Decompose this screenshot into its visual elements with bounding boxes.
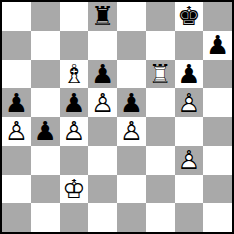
square-e2[interactable] <box>117 175 146 204</box>
square-h3[interactable] <box>203 146 232 175</box>
square-e6[interactable] <box>117 60 146 89</box>
white-pawn-fill: ♟ <box>2 117 31 146</box>
square-h2[interactable] <box>203 175 232 204</box>
square-h6[interactable] <box>203 60 232 89</box>
square-b7[interactable] <box>31 31 60 60</box>
chess-board-frame: ♜♚♟♝♗♟♜♖♟♟♟♟♙♟♟♙♟♙♟♟♙♟♙♟♙♚♔ <box>0 0 234 234</box>
white-pawn-icon[interactable]: ♙ <box>175 146 204 175</box>
square-c6[interactable]: ♝♗ <box>60 60 89 89</box>
square-f1[interactable] <box>146 203 175 232</box>
square-c3[interactable] <box>60 146 89 175</box>
square-g6[interactable]: ♟ <box>175 60 204 89</box>
white-pawn-icon[interactable]: ♙ <box>88 88 117 117</box>
square-d3[interactable] <box>88 146 117 175</box>
square-d6[interactable]: ♟ <box>88 60 117 89</box>
white-pawn-icon[interactable]: ♙ <box>2 117 31 146</box>
square-f3[interactable] <box>146 146 175 175</box>
white-rook-fill: ♜ <box>146 60 175 89</box>
black-king-icon[interactable]: ♚ <box>175 2 204 31</box>
square-c7[interactable] <box>60 31 89 60</box>
square-c2[interactable]: ♚♔ <box>60 175 89 204</box>
square-e7[interactable] <box>117 31 146 60</box>
square-d5[interactable]: ♟♙ <box>88 88 117 117</box>
square-e3[interactable] <box>117 146 146 175</box>
black-pawn-icon[interactable]: ♟ <box>203 31 232 60</box>
white-pawn-icon[interactable]: ♙ <box>60 117 89 146</box>
white-rook-icon[interactable]: ♖ <box>146 60 175 89</box>
square-h4[interactable] <box>203 117 232 146</box>
square-a2[interactable] <box>2 175 31 204</box>
black-rook-icon[interactable]: ♜ <box>88 2 117 31</box>
square-d8[interactable]: ♜ <box>88 2 117 31</box>
square-c5[interactable]: ♟ <box>60 88 89 117</box>
black-pawn-icon[interactable]: ♟ <box>117 88 146 117</box>
square-g2[interactable] <box>175 175 204 204</box>
square-h7[interactable]: ♟ <box>203 31 232 60</box>
square-g8[interactable]: ♚ <box>175 2 204 31</box>
white-pawn-icon[interactable]: ♙ <box>117 117 146 146</box>
black-pawn-icon[interactable]: ♟ <box>2 88 31 117</box>
square-g1[interactable] <box>175 203 204 232</box>
square-h8[interactable] <box>203 2 232 31</box>
square-a8[interactable] <box>2 2 31 31</box>
square-a3[interactable] <box>2 146 31 175</box>
square-b4[interactable]: ♟ <box>31 117 60 146</box>
square-f7[interactable] <box>146 31 175 60</box>
square-a6[interactable] <box>2 60 31 89</box>
square-e8[interactable] <box>117 2 146 31</box>
square-g5[interactable]: ♟♙ <box>175 88 204 117</box>
square-a4[interactable]: ♟♙ <box>2 117 31 146</box>
white-pawn-fill: ♟ <box>88 88 117 117</box>
square-f2[interactable] <box>146 175 175 204</box>
square-b5[interactable] <box>31 88 60 117</box>
square-g3[interactable]: ♟♙ <box>175 146 204 175</box>
square-c8[interactable] <box>60 2 89 31</box>
white-pawn-fill: ♟ <box>175 146 204 175</box>
square-e4[interactable]: ♟♙ <box>117 117 146 146</box>
square-d1[interactable] <box>88 203 117 232</box>
square-f6[interactable]: ♜♖ <box>146 60 175 89</box>
square-h1[interactable] <box>203 203 232 232</box>
black-pawn-icon[interactable]: ♟ <box>31 117 60 146</box>
square-c4[interactable]: ♟♙ <box>60 117 89 146</box>
white-bishop-icon[interactable]: ♗ <box>60 60 89 89</box>
square-h5[interactable] <box>203 88 232 117</box>
square-d7[interactable] <box>88 31 117 60</box>
square-a5[interactable]: ♟ <box>2 88 31 117</box>
black-pawn-icon[interactable]: ♟ <box>88 60 117 89</box>
square-g7[interactable] <box>175 31 204 60</box>
square-b8[interactable] <box>31 2 60 31</box>
square-d4[interactable] <box>88 117 117 146</box>
white-pawn-fill: ♟ <box>175 88 204 117</box>
square-d2[interactable] <box>88 175 117 204</box>
square-b2[interactable] <box>31 175 60 204</box>
black-pawn-icon[interactable]: ♟ <box>175 60 204 89</box>
square-b3[interactable] <box>31 146 60 175</box>
square-f8[interactable] <box>146 2 175 31</box>
square-a7[interactable] <box>2 31 31 60</box>
square-e5[interactable]: ♟ <box>117 88 146 117</box>
white-pawn-fill: ♟ <box>117 117 146 146</box>
white-pawn-icon[interactable]: ♙ <box>175 88 204 117</box>
square-e1[interactable] <box>117 203 146 232</box>
white-bishop-fill: ♝ <box>60 60 89 89</box>
square-f4[interactable] <box>146 117 175 146</box>
square-f5[interactable] <box>146 88 175 117</box>
square-c1[interactable] <box>60 203 89 232</box>
square-g4[interactable] <box>175 117 204 146</box>
square-a1[interactable] <box>2 203 31 232</box>
chess-board: ♜♚♟♝♗♟♜♖♟♟♟♟♙♟♟♙♟♙♟♟♙♟♙♟♙♚♔ <box>2 2 232 232</box>
white-king-icon[interactable]: ♔ <box>60 175 89 204</box>
square-b1[interactable] <box>31 203 60 232</box>
square-b6[interactable] <box>31 60 60 89</box>
white-pawn-fill: ♟ <box>60 117 89 146</box>
black-pawn-icon[interactable]: ♟ <box>60 88 89 117</box>
white-king-fill: ♚ <box>60 175 89 204</box>
